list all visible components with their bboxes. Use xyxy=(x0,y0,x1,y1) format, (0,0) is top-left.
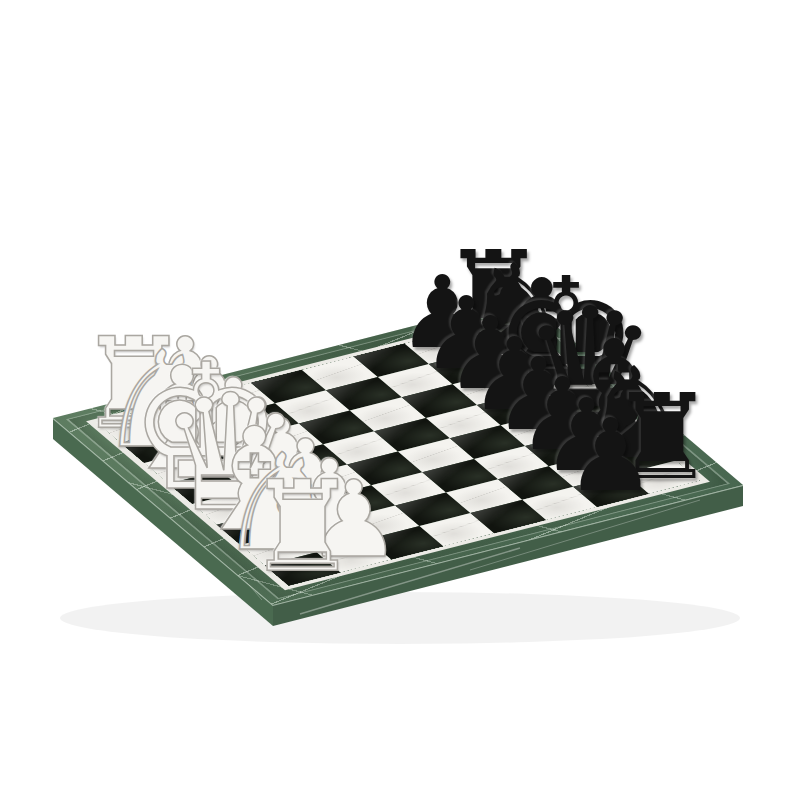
chess-set-photo: ♜♞♝♛♚♝♞♜♟♟♟♟♟♟♟♟♟♟♟♟♟♟♟♟♜♞♝♛♚♝♞♜ xyxy=(0,0,800,800)
piece-white-rook[interactable]: ♜ xyxy=(246,464,358,589)
board-shadow xyxy=(60,592,740,644)
piece-black-pawn[interactable]: ♟ xyxy=(566,406,656,506)
